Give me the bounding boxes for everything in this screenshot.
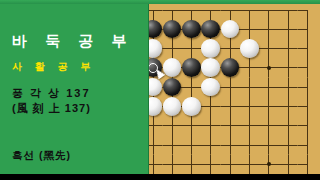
board-intersection[interactable]	[240, 97, 259, 116]
board-intersection[interactable]	[201, 58, 220, 77]
board-intersection[interactable]	[259, 155, 278, 174]
white-stone	[201, 58, 220, 77]
board-intersection[interactable]	[201, 155, 220, 174]
board-intersection[interactable]	[240, 4, 259, 20]
bottom-black-bar	[0, 174, 320, 180]
board-intersection[interactable]	[259, 97, 278, 116]
board-intersection[interactable]	[221, 39, 240, 58]
board-intersection[interactable]	[148, 135, 163, 154]
cursor-ghost-stone	[148, 58, 162, 77]
board-intersection[interactable]	[278, 20, 297, 39]
white-stone	[221, 20, 240, 39]
board-intersection[interactable]	[298, 155, 317, 174]
top-green-strip	[0, 0, 320, 4]
board-intersection[interactable]	[221, 116, 240, 135]
star-point	[267, 66, 271, 70]
board-intersection[interactable]	[259, 116, 278, 135]
black-stone	[182, 58, 201, 77]
board-intersection[interactable]	[298, 20, 317, 39]
board-intersection[interactable]	[298, 58, 317, 77]
board-intersection[interactable]	[259, 39, 278, 58]
board-intersection[interactable]	[148, 4, 163, 20]
board-intersection[interactable]	[259, 58, 278, 77]
go-board	[148, 4, 320, 174]
white-stone	[182, 97, 201, 116]
board-intersection[interactable]	[240, 116, 259, 135]
board-intersection[interactable]	[148, 97, 163, 116]
white-stone	[201, 78, 220, 97]
black-stone	[221, 58, 240, 77]
board-intersection[interactable]	[148, 58, 163, 77]
caption-panel: 바 둑 공 부 사 활 공 부 풍 각 상 137 (風 刻 上 137) 흑선…	[0, 0, 149, 174]
board-intersection[interactable]	[182, 39, 201, 58]
board-intersection[interactable]	[278, 78, 297, 97]
to-play-label: 흑선 (黑先)	[12, 149, 71, 163]
go-board-grid	[148, 4, 317, 174]
black-stone	[148, 20, 162, 39]
board-intersection[interactable]	[201, 20, 220, 39]
board-intersection[interactable]	[148, 78, 163, 97]
board-intersection[interactable]	[163, 20, 182, 39]
board-intersection[interactable]	[201, 135, 220, 154]
black-stone	[182, 20, 201, 39]
board-intersection[interactable]	[148, 20, 163, 39]
board-intersection[interactable]	[278, 4, 297, 20]
board-intersection[interactable]	[221, 4, 240, 20]
board-intersection[interactable]	[298, 116, 317, 135]
white-stone	[240, 39, 259, 58]
board-intersection[interactable]	[221, 58, 240, 77]
board-intersection[interactable]	[182, 58, 201, 77]
white-stone	[148, 97, 162, 116]
board-intersection[interactable]	[182, 78, 201, 97]
board-intersection[interactable]	[182, 116, 201, 135]
board-intersection[interactable]	[182, 97, 201, 116]
star-point	[267, 162, 271, 166]
board-intersection[interactable]	[278, 155, 297, 174]
board-intersection[interactable]	[259, 20, 278, 39]
page-title: 바 둑 공 부	[12, 32, 134, 51]
white-stone	[163, 58, 182, 77]
board-intersection[interactable]	[163, 39, 182, 58]
board-intersection[interactable]	[240, 39, 259, 58]
board-intersection[interactable]	[163, 78, 182, 97]
problem-label-cn: (風 刻 上 137)	[12, 101, 91, 116]
board-intersection[interactable]	[298, 135, 317, 154]
board-intersection[interactable]	[221, 135, 240, 154]
board-intersection[interactable]	[163, 116, 182, 135]
board-intersection[interactable]	[278, 116, 297, 135]
board-intersection[interactable]	[163, 97, 182, 116]
board-intersection[interactable]	[298, 97, 317, 116]
board-intersection[interactable]	[182, 4, 201, 20]
board-intersection[interactable]	[278, 135, 297, 154]
board-intersection[interactable]	[278, 97, 297, 116]
board-intersection[interactable]	[221, 20, 240, 39]
board-intersection[interactable]	[221, 97, 240, 116]
board-intersection[interactable]	[298, 39, 317, 58]
board-intersection[interactable]	[182, 155, 201, 174]
board-intersection[interactable]	[163, 4, 182, 20]
board-intersection[interactable]	[163, 135, 182, 154]
board-intersection[interactable]	[182, 20, 201, 39]
board-intersection[interactable]	[240, 155, 259, 174]
problem-label-kr: 풍 각 상 137	[12, 86, 91, 101]
board-intersection[interactable]	[298, 4, 317, 20]
white-stone	[148, 78, 162, 97]
board-intersection[interactable]	[201, 97, 220, 116]
black-stone	[163, 78, 182, 97]
board-intersection[interactable]	[278, 58, 297, 77]
board-intersection[interactable]	[148, 39, 163, 58]
board-intersection[interactable]	[278, 39, 297, 58]
white-stone	[148, 39, 162, 58]
board-intersection[interactable]	[201, 39, 220, 58]
board-intersection[interactable]	[259, 78, 278, 97]
subtitle: 사 활 공 부	[12, 60, 95, 74]
board-intersection[interactable]	[240, 58, 259, 77]
board-intersection[interactable]	[148, 116, 163, 135]
board-intersection[interactable]	[240, 20, 259, 39]
board-intersection[interactable]	[148, 155, 163, 174]
board-intersection[interactable]	[221, 155, 240, 174]
board-intersection[interactable]	[240, 78, 259, 97]
white-stone	[201, 39, 220, 58]
white-stone	[163, 97, 182, 116]
board-intersection[interactable]	[201, 116, 220, 135]
board-intersection[interactable]	[240, 135, 259, 154]
black-stone	[201, 20, 220, 39]
video-frame: 바 둑 공 부 사 활 공 부 풍 각 상 137 (風 刻 上 137) 흑선…	[0, 0, 320, 180]
board-intersection[interactable]	[163, 155, 182, 174]
black-stone	[163, 20, 182, 39]
board-intersection[interactable]	[182, 135, 201, 154]
board-intersection[interactable]	[298, 78, 317, 97]
board-intersection[interactable]	[163, 58, 182, 77]
board-intersection[interactable]	[201, 78, 220, 97]
board-intersection[interactable]	[201, 4, 220, 20]
board-intersection[interactable]	[259, 4, 278, 20]
board-intersection[interactable]	[221, 78, 240, 97]
board-intersection[interactable]	[259, 135, 278, 154]
